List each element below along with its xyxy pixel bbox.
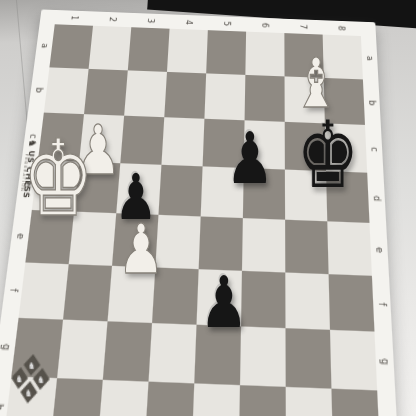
square-b3[interactable] [124, 70, 167, 117]
square-c6[interactable] [244, 120, 285, 169]
square-e7[interactable] [285, 220, 329, 274]
svg-text:♞: ♞ [37, 374, 46, 386]
square-d8[interactable] [326, 171, 369, 223]
square-e8[interactable] [327, 221, 372, 276]
square-a2[interactable] [89, 26, 132, 71]
square-b7[interactable] [285, 76, 325, 123]
chess-mat: 12345678 12345678 abcdefgh abcdefgh ♞ US… [0, 9, 400, 416]
square-g3[interactable] [103, 321, 152, 381]
labels-ranks-top-2: 2 [93, 11, 132, 27]
square-h7[interactable] [286, 387, 333, 416]
square-d7[interactable] [285, 170, 327, 222]
square-d1[interactable] [32, 160, 79, 212]
labels-files-right-b: b [363, 79, 381, 125]
labels-ranks-top-4: 4 [170, 14, 209, 30]
square-a4[interactable] [167, 29, 208, 74]
square-f2[interactable] [63, 264, 112, 321]
square-e4[interactable] [155, 215, 200, 269]
square-e5[interactable] [199, 216, 243, 270]
square-d6[interactable] [243, 168, 285, 220]
square-f4[interactable] [152, 267, 199, 324]
square-a6[interactable] [245, 32, 284, 77]
square-g2[interactable] [57, 320, 107, 380]
labels-ranks-top-7: 7 [284, 19, 322, 35]
square-h3[interactable] [98, 380, 149, 416]
labels-files-right-d: d [367, 173, 386, 224]
square-h8[interactable] [331, 389, 380, 416]
square-h4[interactable] [145, 382, 194, 416]
uschess-corner-logo-icon: ♞♞ ♞♞ [6, 351, 54, 413]
labels-files-right-g: g [374, 332, 395, 392]
square-f8[interactable] [329, 274, 375, 331]
brand-knight-icon: ♞ [26, 139, 38, 149]
square-f3[interactable] [108, 266, 156, 323]
square-c2[interactable] [79, 114, 124, 163]
labels-ranks-top-5: 5 [208, 16, 247, 32]
square-e1[interactable] [25, 210, 74, 264]
square-a8[interactable] [323, 35, 363, 80]
square-b5[interactable] [204, 73, 245, 120]
square-g7[interactable] [285, 328, 331, 389]
square-f7[interactable] [285, 272, 330, 329]
square-d2[interactable] [74, 162, 120, 214]
labels-files-right-e: e [369, 223, 389, 277]
square-e6[interactable] [242, 218, 285, 272]
square-g4[interactable] [149, 323, 197, 383]
square-b6[interactable] [245, 75, 285, 122]
square-b2[interactable] [84, 69, 128, 116]
square-a5[interactable] [206, 30, 246, 75]
labels-files-right-h: h [377, 390, 398, 416]
square-d3[interactable] [116, 163, 161, 215]
square-b4[interactable] [164, 72, 206, 119]
square-h5[interactable] [192, 383, 240, 416]
square-f6[interactable] [241, 271, 285, 328]
square-g6[interactable] [240, 326, 286, 386]
square-a7[interactable] [284, 33, 323, 78]
svg-text:♞: ♞ [27, 360, 36, 371]
square-c1[interactable] [38, 113, 84, 162]
square-c5[interactable] [203, 119, 245, 168]
square-c7[interactable] [285, 122, 326, 171]
square-b8[interactable] [324, 78, 365, 125]
square-d5[interactable] [201, 166, 244, 218]
square-d4[interactable] [158, 165, 202, 217]
labels-ranks-top-1: 1 [55, 10, 95, 26]
labels-ranks-top-8: 8 [322, 20, 361, 36]
svg-text:♞: ♞ [15, 374, 24, 386]
svg-text:♞: ♞ [24, 388, 33, 400]
square-h2[interactable] [51, 378, 103, 416]
square-a1[interactable] [49, 24, 93, 69]
square-c8[interactable] [325, 123, 367, 172]
square-e2[interactable] [69, 212, 117, 266]
square-f5[interactable] [197, 269, 242, 326]
square-c4[interactable] [161, 117, 204, 166]
square-g5[interactable] [194, 325, 241, 385]
labels-files-right-f: f [372, 276, 392, 332]
square-a3[interactable] [128, 27, 170, 72]
labels-files-right-c: c [365, 125, 383, 173]
square-g8[interactable] [330, 330, 377, 391]
labels-ranks-top-3: 3 [131, 13, 170, 29]
square-e3[interactable] [112, 213, 158, 267]
square-h6[interactable] [239, 385, 286, 416]
square-b1[interactable] [44, 67, 89, 114]
board-grid [4, 24, 380, 416]
labels-ranks-top-6: 6 [246, 17, 284, 33]
labels-files-right-a: a [361, 36, 378, 80]
board-tilt-wrapper: 12345678 12345678 abcdefgh abcdefgh ♞ US… [0, 0, 416, 416]
square-f1[interactable] [19, 263, 69, 320]
square-c3[interactable] [120, 116, 164, 165]
